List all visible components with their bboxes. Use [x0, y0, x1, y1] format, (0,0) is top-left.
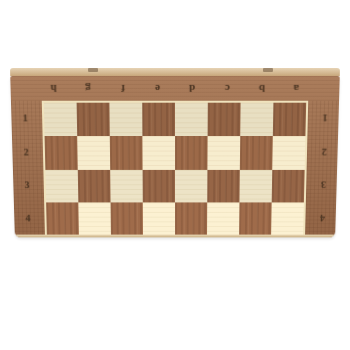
- square-g4[interactable]: [78, 202, 111, 234]
- square-c4[interactable]: [207, 202, 239, 234]
- square-d1[interactable]: [175, 103, 208, 137]
- rank-label-3: 3: [316, 168, 331, 201]
- square-g1[interactable]: [77, 103, 110, 137]
- square-h3[interactable]: [45, 169, 78, 202]
- square-b3[interactable]: [239, 169, 272, 202]
- square-b2[interactable]: [240, 136, 273, 169]
- square-g3[interactable]: [78, 169, 111, 202]
- file-label-e: e: [140, 76, 175, 101]
- board-middle: 1234 1234: [11, 101, 339, 235]
- board-back-edge: [10, 68, 340, 76]
- square-g2[interactable]: [77, 136, 110, 169]
- square-c3[interactable]: [207, 169, 240, 202]
- square-a4[interactable]: [271, 202, 304, 234]
- square-d4[interactable]: [175, 202, 207, 234]
- square-d3[interactable]: [175, 169, 207, 202]
- file-label-c: c: [210, 76, 245, 101]
- rank-label-1: 1: [18, 101, 33, 135]
- file-label-g: g: [71, 76, 106, 101]
- square-f3[interactable]: [110, 169, 143, 202]
- square-b4[interactable]: [239, 202, 272, 234]
- square-f1[interactable]: [109, 103, 142, 137]
- square-h4[interactable]: [46, 202, 79, 234]
- square-c2[interactable]: [207, 136, 240, 169]
- square-b1[interactable]: [240, 103, 273, 137]
- file-label-h: h: [36, 76, 71, 101]
- square-a3[interactable]: [272, 169, 305, 202]
- rank-label-3: 3: [20, 168, 35, 201]
- square-a2[interactable]: [272, 136, 305, 169]
- hinge-right-icon: [263, 68, 273, 72]
- file-label-d: d: [175, 76, 210, 101]
- square-h2[interactable]: [45, 136, 78, 169]
- square-a1[interactable]: [273, 103, 306, 137]
- rank-label-2: 2: [19, 135, 34, 169]
- square-f2[interactable]: [110, 136, 143, 169]
- chessboard: hgfedcba 1234 1234: [10, 68, 340, 237]
- fold-edge: [15, 235, 335, 238]
- board-frame: hgfedcba 1234 1234: [10, 76, 340, 237]
- square-f4[interactable]: [111, 202, 143, 234]
- file-label-b: b: [244, 76, 279, 101]
- rank-label-2: 2: [316, 135, 331, 169]
- rank-rail-right: 1234: [305, 101, 339, 235]
- square-e2[interactable]: [142, 136, 175, 169]
- rank-label-1: 1: [317, 101, 332, 135]
- square-h1[interactable]: [44, 103, 77, 137]
- rank-rail-left: 1234: [11, 101, 45, 235]
- square-e3[interactable]: [143, 169, 175, 202]
- squares-grid: [42, 101, 308, 235]
- square-e4[interactable]: [143, 202, 175, 234]
- square-d2[interactable]: [175, 136, 208, 169]
- square-c1[interactable]: [208, 103, 241, 137]
- photo-background: hgfedcba 1234 1234: [0, 0, 350, 350]
- file-label-a: a: [279, 76, 314, 101]
- files-row: hgfedcba: [10, 76, 340, 101]
- file-label-f: f: [106, 76, 141, 101]
- rank-label-4: 4: [315, 202, 330, 235]
- hinge-left-icon: [88, 68, 98, 72]
- square-e1[interactable]: [142, 103, 175, 137]
- rank-label-4: 4: [21, 202, 36, 235]
